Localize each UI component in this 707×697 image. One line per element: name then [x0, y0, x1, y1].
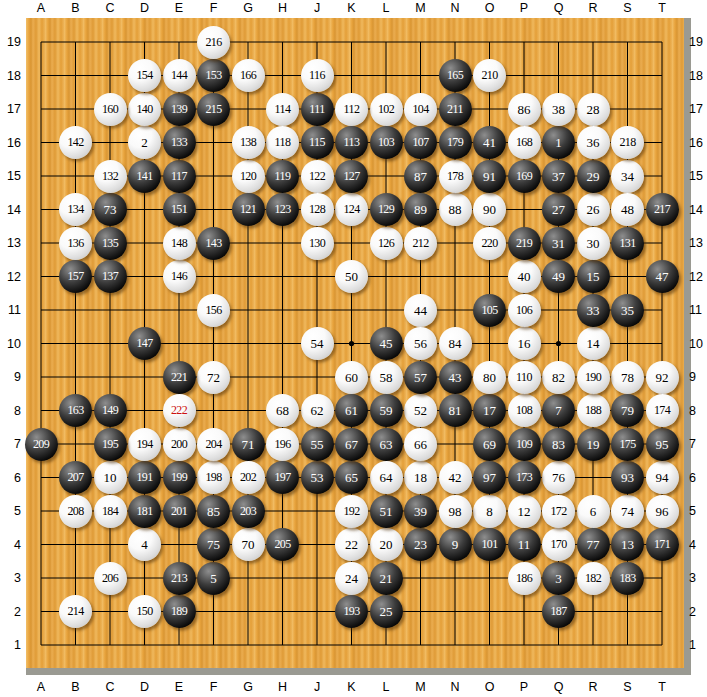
stone-N16[interactable]: 179 — [439, 126, 472, 159]
stone-F7[interactable]: 204 — [197, 428, 230, 461]
stone-L7[interactable]: 63 — [370, 428, 403, 461]
coord-left-14: 14 — [1, 203, 21, 217]
coord-top-D: D — [134, 1, 156, 15]
stone-Q4[interactable]: 170 — [542, 528, 575, 561]
coord-bot-E: E — [168, 680, 190, 694]
stone-K2[interactable]: 193 — [335, 595, 368, 628]
stone-B5[interactable]: 208 — [59, 495, 92, 528]
stone-J17[interactable]: 111 — [301, 93, 334, 126]
stone-E6[interactable]: 199 — [163, 461, 196, 494]
stone-G7[interactable]: 71 — [232, 428, 265, 461]
stone-T5[interactable]: 96 — [646, 495, 679, 528]
stone-R13[interactable]: 30 — [577, 227, 610, 260]
stone-M15[interactable]: 87 — [404, 160, 437, 193]
stone-D6[interactable]: 191 — [128, 461, 161, 494]
stone-L10[interactable]: 45 — [370, 327, 403, 360]
stone-Q2[interactable]: 187 — [542, 595, 575, 628]
stone-B2[interactable]: 214 — [59, 595, 92, 628]
stone-C5[interactable]: 184 — [94, 495, 127, 528]
coord-right-18: 18 — [689, 69, 707, 83]
stone-E18[interactable]: 144 — [163, 59, 196, 92]
star-point-Q10 — [556, 341, 561, 346]
stone-N9[interactable]: 43 — [439, 361, 472, 394]
stone-N6[interactable]: 42 — [439, 461, 472, 494]
stone-S7[interactable]: 175 — [611, 428, 644, 461]
coord-right-5: 5 — [689, 504, 707, 518]
stone-Q12[interactable]: 49 — [542, 260, 575, 293]
stone-J8[interactable]: 62 — [301, 394, 334, 427]
coord-right-19: 19 — [689, 35, 707, 49]
coord-right-13: 13 — [689, 236, 707, 250]
stone-O11[interactable]: 105 — [473, 294, 506, 327]
stone-E14[interactable]: 151 — [163, 193, 196, 226]
stone-R16[interactable]: 36 — [577, 126, 610, 159]
stone-H6[interactable]: 197 — [266, 461, 299, 494]
stone-J16[interactable]: 115 — [301, 126, 334, 159]
coord-bot-J: J — [306, 680, 328, 694]
coord-left-18: 18 — [1, 69, 21, 83]
stone-L14[interactable]: 129 — [370, 193, 403, 226]
coord-bot-O: O — [479, 680, 501, 694]
stone-E9[interactable]: 221 — [163, 361, 196, 394]
stone-S6[interactable]: 93 — [611, 461, 644, 494]
stone-R10[interactable]: 14 — [577, 327, 610, 360]
coord-bot-M: M — [410, 680, 432, 694]
stone-E5[interactable]: 201 — [163, 495, 196, 528]
stone-G5[interactable]: 203 — [232, 495, 265, 528]
stone-C8[interactable]: 149 — [94, 394, 127, 427]
coord-top-K: K — [341, 1, 363, 15]
coord-top-T: T — [651, 1, 673, 15]
coord-left-4: 4 — [1, 538, 21, 552]
stone-J13[interactable]: 130 — [301, 227, 334, 260]
stone-S4[interactable]: 13 — [611, 528, 644, 561]
stone-S8[interactable]: 79 — [611, 394, 644, 427]
coord-top-F: F — [203, 1, 225, 15]
stone-P9[interactable]: 110 — [508, 361, 541, 394]
stone-N5[interactable]: 98 — [439, 495, 472, 528]
stone-P4[interactable]: 11 — [508, 528, 541, 561]
stone-D5[interactable]: 181 — [128, 495, 161, 528]
stone-P15[interactable]: 169 — [508, 160, 541, 193]
coord-right-16: 16 — [689, 136, 707, 150]
stone-P11[interactable]: 106 — [508, 294, 541, 327]
stone-H15[interactable]: 119 — [266, 160, 299, 193]
coord-left-1: 1 — [1, 638, 21, 652]
stone-M7[interactable]: 66 — [404, 428, 437, 461]
stone-M9[interactable]: 57 — [404, 361, 437, 394]
stone-L2[interactable]: 25 — [370, 595, 403, 628]
coord-bot-S: S — [617, 680, 639, 694]
stone-B14[interactable]: 134 — [59, 193, 92, 226]
stone-L6[interactable]: 64 — [370, 461, 403, 494]
stone-M10[interactable]: 56 — [404, 327, 437, 360]
coord-bot-D: D — [134, 680, 156, 694]
stone-H16[interactable]: 118 — [266, 126, 299, 159]
coord-left-7: 7 — [1, 437, 21, 451]
stone-E2[interactable]: 189 — [163, 595, 196, 628]
stone-R15[interactable]: 29 — [577, 160, 610, 193]
stone-K3[interactable]: 24 — [335, 562, 368, 595]
coord-left-16: 16 — [1, 136, 21, 150]
stone-M11[interactable]: 44 — [404, 294, 437, 327]
stone-D7[interactable]: 194 — [128, 428, 161, 461]
stone-R14[interactable]: 26 — [577, 193, 610, 226]
stone-H17[interactable]: 114 — [266, 93, 299, 126]
stone-P17[interactable]: 86 — [508, 93, 541, 126]
stone-K6[interactable]: 65 — [335, 461, 368, 494]
stone-T9[interactable]: 92 — [646, 361, 679, 394]
stone-P16[interactable]: 168 — [508, 126, 541, 159]
stone-O18[interactable]: 210 — [473, 59, 506, 92]
stone-K9[interactable]: 60 — [335, 361, 368, 394]
coord-right-7: 7 — [689, 437, 707, 451]
stone-T4[interactable]: 171 — [646, 528, 679, 561]
coord-top-Q: Q — [548, 1, 570, 15]
stone-L5[interactable]: 51 — [370, 495, 403, 528]
coord-left-12: 12 — [1, 270, 21, 284]
stone-S5[interactable]: 74 — [611, 495, 644, 528]
stone-L9[interactable]: 58 — [370, 361, 403, 394]
coord-left-10: 10 — [1, 337, 21, 351]
stone-O8[interactable]: 17 — [473, 394, 506, 427]
stone-B12[interactable]: 157 — [59, 260, 92, 293]
coord-top-L: L — [375, 1, 397, 15]
stone-Q16[interactable]: 1 — [542, 126, 575, 159]
stone-A7[interactable]: 209 — [25, 428, 58, 461]
stone-M4[interactable]: 23 — [404, 528, 437, 561]
stone-E8[interactable]: 222 — [163, 394, 196, 427]
stone-H4[interactable]: 205 — [266, 528, 299, 561]
stone-P10[interactable]: 16 — [508, 327, 541, 360]
stone-L4[interactable]: 20 — [370, 528, 403, 561]
coord-bot-R: R — [582, 680, 604, 694]
stone-M16[interactable]: 107 — [404, 126, 437, 159]
stone-J15[interactable]: 122 — [301, 160, 334, 193]
stone-C14[interactable]: 73 — [94, 193, 127, 226]
stone-P13[interactable]: 219 — [508, 227, 541, 260]
stone-O16[interactable]: 41 — [473, 126, 506, 159]
coord-top-M: M — [410, 1, 432, 15]
stone-G4[interactable]: 70 — [232, 528, 265, 561]
coord-left-3: 3 — [1, 571, 21, 585]
stone-L3[interactable]: 21 — [370, 562, 403, 595]
stone-J6[interactable]: 53 — [301, 461, 334, 494]
coord-bot-L: L — [375, 680, 397, 694]
stone-O13[interactable]: 220 — [473, 227, 506, 260]
stone-R8[interactable]: 188 — [577, 394, 610, 427]
coord-bot-K: K — [341, 680, 363, 694]
stone-H14[interactable]: 123 — [266, 193, 299, 226]
stone-Q9[interactable]: 82 — [542, 361, 575, 394]
coord-left-17: 17 — [1, 102, 21, 116]
stone-M5[interactable]: 39 — [404, 495, 437, 528]
stone-B13[interactable]: 136 — [59, 227, 92, 260]
stone-K15[interactable]: 127 — [335, 160, 368, 193]
coord-left-5: 5 — [1, 504, 21, 518]
coord-bot-B: B — [65, 680, 87, 694]
coord-right-4: 4 — [689, 538, 707, 552]
stone-N10[interactable]: 84 — [439, 327, 472, 360]
stone-Q14[interactable]: 27 — [542, 193, 575, 226]
stone-O7[interactable]: 69 — [473, 428, 506, 461]
stone-O6[interactable]: 97 — [473, 461, 506, 494]
stone-S16[interactable]: 218 — [611, 126, 644, 159]
stone-C7[interactable]: 195 — [94, 428, 127, 461]
coord-top-E: E — [168, 1, 190, 15]
stone-T8[interactable]: 174 — [646, 394, 679, 427]
stone-N17[interactable]: 211 — [439, 93, 472, 126]
coord-right-11: 11 — [689, 303, 707, 317]
stone-N4[interactable]: 9 — [439, 528, 472, 561]
coord-right-2: 2 — [689, 605, 707, 619]
coord-bot-A: A — [30, 680, 52, 694]
stone-G18[interactable]: 166 — [232, 59, 265, 92]
stone-C6[interactable]: 10 — [94, 461, 127, 494]
coord-bot-G: G — [237, 680, 259, 694]
stone-L17[interactable]: 102 — [370, 93, 403, 126]
coord-bot-P: P — [513, 680, 535, 694]
coord-right-8: 8 — [689, 404, 707, 418]
stone-O5[interactable]: 8 — [473, 495, 506, 528]
stone-D10[interactable]: 147 — [128, 327, 161, 360]
stone-J7[interactable]: 55 — [301, 428, 334, 461]
coord-top-C: C — [99, 1, 121, 15]
stone-J14[interactable]: 128 — [301, 193, 334, 226]
stone-F9[interactable]: 72 — [197, 361, 230, 394]
stone-Q7[interactable]: 83 — [542, 428, 575, 461]
stone-C15[interactable]: 132 — [94, 160, 127, 193]
coord-left-13: 13 — [1, 236, 21, 250]
coord-bot-N: N — [444, 680, 466, 694]
coord-left-19: 19 — [1, 35, 21, 49]
stone-M13[interactable]: 212 — [404, 227, 437, 260]
coord-right-12: 12 — [689, 270, 707, 284]
stone-S13[interactable]: 131 — [611, 227, 644, 260]
coord-top-O: O — [479, 1, 501, 15]
stone-Q6[interactable]: 76 — [542, 461, 575, 494]
stone-H7[interactable]: 196 — [266, 428, 299, 461]
coord-left-2: 2 — [1, 605, 21, 619]
stone-T6[interactable]: 94 — [646, 461, 679, 494]
stone-E16[interactable]: 133 — [163, 126, 196, 159]
stone-G6[interactable]: 202 — [232, 461, 265, 494]
stone-O15[interactable]: 91 — [473, 160, 506, 193]
stone-D2[interactable]: 150 — [128, 595, 161, 628]
stone-P7[interactable]: 109 — [508, 428, 541, 461]
coord-left-8: 8 — [1, 404, 21, 418]
stone-K5[interactable]: 192 — [335, 495, 368, 528]
stone-J18[interactable]: 116 — [301, 59, 334, 92]
coord-top-S: S — [617, 1, 639, 15]
stone-Q13[interactable]: 31 — [542, 227, 575, 260]
stone-S9[interactable]: 78 — [611, 361, 644, 394]
coord-bot-C: C — [99, 680, 121, 694]
stone-F4[interactable]: 75 — [197, 528, 230, 561]
stone-M8[interactable]: 52 — [404, 394, 437, 427]
stone-N14[interactable]: 88 — [439, 193, 472, 226]
stone-R4[interactable]: 77 — [577, 528, 610, 561]
stone-D16[interactable]: 2 — [128, 126, 161, 159]
stone-P12[interactable]: 40 — [508, 260, 541, 293]
stone-T12[interactable]: 47 — [646, 260, 679, 293]
stone-G15[interactable]: 120 — [232, 160, 265, 193]
stone-O14[interactable]: 90 — [473, 193, 506, 226]
stone-R5[interactable]: 6 — [577, 495, 610, 528]
stone-O9[interactable]: 80 — [473, 361, 506, 394]
stone-K14[interactable]: 124 — [335, 193, 368, 226]
coord-bot-Q: Q — [548, 680, 570, 694]
coord-bot-F: F — [203, 680, 225, 694]
stone-C13[interactable]: 135 — [94, 227, 127, 260]
stone-L13[interactable]: 126 — [370, 227, 403, 260]
stone-H8[interactable]: 68 — [266, 394, 299, 427]
coord-right-14: 14 — [689, 203, 707, 217]
coord-top-H: H — [272, 1, 294, 15]
coord-right-9: 9 — [689, 370, 707, 384]
stone-N15[interactable]: 178 — [439, 160, 472, 193]
stone-L8[interactable]: 59 — [370, 394, 403, 427]
stone-F18[interactable]: 153 — [197, 59, 230, 92]
stone-F19[interactable]: 216 — [197, 26, 230, 59]
coord-left-9: 9 — [1, 370, 21, 384]
stone-D17[interactable]: 140 — [128, 93, 161, 126]
coord-top-A: A — [30, 1, 52, 15]
coord-left-11: 11 — [1, 303, 21, 317]
coord-left-15: 15 — [1, 169, 21, 183]
stone-N8[interactable]: 81 — [439, 394, 472, 427]
stone-K4[interactable]: 22 — [335, 528, 368, 561]
stone-E17[interactable]: 139 — [163, 93, 196, 126]
stone-T14[interactable]: 217 — [646, 193, 679, 226]
stone-K16[interactable]: 113 — [335, 126, 368, 159]
stone-L16[interactable]: 103 — [370, 126, 403, 159]
stone-B6[interactable]: 207 — [59, 461, 92, 494]
stone-D15[interactable]: 141 — [128, 160, 161, 193]
coord-top-R: R — [582, 1, 604, 15]
coord-top-N: N — [444, 1, 466, 15]
stone-P8[interactable]: 108 — [508, 394, 541, 427]
stone-D4[interactable]: 4 — [128, 528, 161, 561]
stone-M17[interactable]: 104 — [404, 93, 437, 126]
stone-T7[interactable]: 95 — [646, 428, 679, 461]
coord-right-6: 6 — [689, 471, 707, 485]
star-point-K10 — [349, 341, 354, 346]
coord-right-1: 1 — [689, 638, 707, 652]
coord-top-J: J — [306, 1, 328, 15]
stone-R17[interactable]: 28 — [577, 93, 610, 126]
stone-G16[interactable]: 138 — [232, 126, 265, 159]
stone-E7[interactable]: 200 — [163, 428, 196, 461]
stone-S15[interactable]: 34 — [611, 160, 644, 193]
stone-S3[interactable]: 183 — [611, 562, 644, 595]
stone-R3[interactable]: 182 — [577, 562, 610, 595]
stone-S11[interactable]: 35 — [611, 294, 644, 327]
stone-R12[interactable]: 15 — [577, 260, 610, 293]
stone-K17[interactable]: 112 — [335, 93, 368, 126]
stone-J10[interactable]: 54 — [301, 327, 334, 360]
stone-E3[interactable]: 213 — [163, 562, 196, 595]
coord-bot-H: H — [272, 680, 294, 694]
stone-G14[interactable]: 121 — [232, 193, 265, 226]
coord-right-3: 3 — [689, 571, 707, 585]
stone-R7[interactable]: 19 — [577, 428, 610, 461]
stone-M6[interactable]: 18 — [404, 461, 437, 494]
stone-F11[interactable]: 156 — [197, 294, 230, 327]
coord-right-15: 15 — [689, 169, 707, 183]
stone-F13[interactable]: 143 — [197, 227, 230, 260]
stone-Q15[interactable]: 37 — [542, 160, 575, 193]
stone-E13[interactable]: 148 — [163, 227, 196, 260]
stone-K12[interactable]: 50 — [335, 260, 368, 293]
stone-P3[interactable]: 186 — [508, 562, 541, 595]
stone-Q17[interactable]: 38 — [542, 93, 575, 126]
stone-R9[interactable]: 190 — [577, 361, 610, 394]
coord-bot-T: T — [651, 680, 673, 694]
stone-S14[interactable]: 48 — [611, 193, 644, 226]
stone-F5[interactable]: 85 — [197, 495, 230, 528]
stone-C3[interactable]: 206 — [94, 562, 127, 595]
stone-Q8[interactable]: 7 — [542, 394, 575, 427]
stone-Q3[interactable]: 3 — [542, 562, 575, 595]
stone-K7[interactable]: 67 — [335, 428, 368, 461]
stone-N18[interactable]: 165 — [439, 59, 472, 92]
stone-C12[interactable]: 137 — [94, 260, 127, 293]
stone-P5[interactable]: 12 — [508, 495, 541, 528]
go-kifu-page: { "game": "go", "title": "Go game record… — [0, 0, 707, 697]
stone-Q5[interactable]: 172 — [542, 495, 575, 528]
stone-P6[interactable]: 173 — [508, 461, 541, 494]
stone-E15[interactable]: 117 — [163, 160, 196, 193]
stone-E12[interactable]: 146 — [163, 260, 196, 293]
coord-top-P: P — [513, 1, 535, 15]
stone-B8[interactable]: 163 — [59, 394, 92, 427]
coord-top-G: G — [237, 1, 259, 15]
stone-F6[interactable]: 198 — [197, 461, 230, 494]
stone-R11[interactable]: 33 — [577, 294, 610, 327]
stone-K8[interactable]: 61 — [335, 394, 368, 427]
coord-right-10: 10 — [689, 337, 707, 351]
stone-F17[interactable]: 215 — [197, 93, 230, 126]
stone-M14[interactable]: 89 — [404, 193, 437, 226]
coord-left-6: 6 — [1, 471, 21, 485]
stone-F3[interactable]: 5 — [197, 562, 230, 595]
coord-right-17: 17 — [689, 102, 707, 116]
stone-B16[interactable]: 142 — [59, 126, 92, 159]
stone-C17[interactable]: 160 — [94, 93, 127, 126]
coord-top-B: B — [65, 1, 87, 15]
stone-O4[interactable]: 101 — [473, 528, 506, 561]
stone-D18[interactable]: 154 — [128, 59, 161, 92]
